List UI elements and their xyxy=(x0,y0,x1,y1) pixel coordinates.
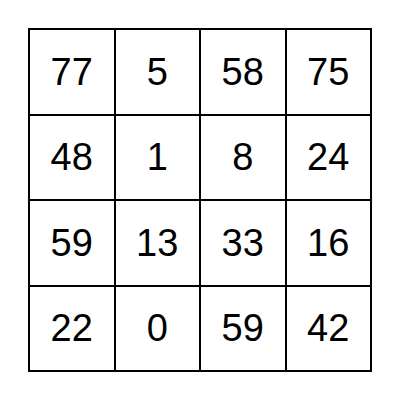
grid-cell-r0c1: 5 xyxy=(116,30,200,114)
number-grid-board: 77 5 58 75 48 1 8 24 59 13 33 16 22 0 59… xyxy=(28,28,372,372)
grid-cell-r0c2: 58 xyxy=(201,30,285,114)
grid-cell-r1c2: 8 xyxy=(201,116,285,200)
grid-cell-r2c1: 13 xyxy=(116,201,200,285)
page-background: 77 5 58 75 48 1 8 24 59 13 33 16 22 0 59… xyxy=(0,0,400,400)
grid-cell-r1c0: 48 xyxy=(30,116,114,200)
grid-cell-r1c3: 24 xyxy=(287,116,371,200)
grid-cell-r3c1: 0 xyxy=(116,287,200,371)
grid-cell-r0c0: 77 xyxy=(30,30,114,114)
grid-cell-r3c0: 22 xyxy=(30,287,114,371)
grid-cell-r3c3: 42 xyxy=(287,287,371,371)
grid-cell-r2c2: 33 xyxy=(201,201,285,285)
grid-cell-r2c3: 16 xyxy=(287,201,371,285)
grid-cell-r3c2: 59 xyxy=(201,287,285,371)
grid-cell-r2c0: 59 xyxy=(30,201,114,285)
grid-cell-r0c3: 75 xyxy=(287,30,371,114)
grid-cell-r1c1: 1 xyxy=(116,116,200,200)
